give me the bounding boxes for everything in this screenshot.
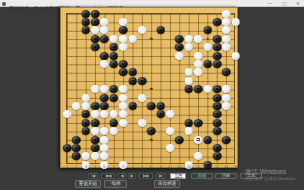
black-stone: ● — [175, 136, 184, 144]
white-stone: ○ — [138, 94, 147, 102]
black-stone: ● — [81, 110, 90, 118]
nav-fast-back-icon[interactable]: ◀◀ — [101, 173, 115, 179]
black-stone: ● — [213, 127, 222, 135]
coordinate-label: 3 — [85, 165, 87, 168]
black-stone: ● — [213, 94, 222, 102]
windows-activation-watermark: 激活 Windows 转到“设置”以激活 Windows。 — [245, 168, 303, 187]
black-stone: ● — [119, 26, 128, 34]
white-stone: ○ — [119, 110, 128, 118]
white-stone: ○ — [194, 152, 203, 160]
black-stone: ● — [72, 144, 81, 152]
white-stone: ○ — [203, 85, 212, 93]
coordinate-label: 1 — [66, 165, 68, 168]
white-stone: ○ — [194, 52, 203, 60]
black-stone: ● — [72, 152, 81, 160]
black-stone: ● — [81, 26, 90, 34]
white-stone: ○ — [222, 10, 231, 18]
black-stone: ● — [185, 119, 194, 127]
white-stone: ○ — [81, 102, 90, 110]
black-stone: ● — [156, 26, 165, 34]
white-stone: ○ — [166, 110, 175, 118]
white-stone: ○ — [110, 110, 119, 118]
white-stone: ○ — [222, 26, 231, 34]
black-stone: ● — [91, 35, 100, 43]
white-stone: ○ — [91, 26, 100, 34]
black-stone: ● — [203, 60, 212, 68]
white-stone: ○ — [222, 102, 231, 110]
white-stone: ○ — [72, 102, 81, 110]
last-move-stone: ○ — [194, 136, 203, 144]
white-stone: ○ — [119, 102, 128, 110]
white-stone: ○ — [185, 68, 194, 76]
black-stone: ● — [110, 52, 119, 60]
move-navigation-bar: |◀ ◀◀ ◀ ▶ ▶▶ ▶| 125 自动 注解 工具 — [88, 172, 262, 179]
black-stone: ● — [203, 26, 212, 34]
white-stone: ○ — [194, 35, 203, 43]
black-stone: ● — [222, 136, 231, 144]
black-stone: ● — [138, 77, 147, 85]
coordinate-label: 17 — [215, 165, 218, 168]
black-stone: ● — [91, 144, 100, 152]
white-stone: ○ — [231, 18, 240, 26]
white-stone: ○ — [222, 18, 231, 26]
star-point — [206, 37, 208, 39]
tool-button-comment[interactable]: 注解 — [215, 173, 237, 179]
coordinate-label: 15 — [196, 165, 199, 168]
black-stone: ● — [91, 102, 100, 110]
white-stone: ○ — [100, 18, 109, 26]
white-stone: ○ — [63, 110, 72, 118]
black-stone: ● — [203, 136, 212, 144]
black-stone: ● — [213, 43, 222, 51]
black-stone: ● — [213, 110, 222, 118]
coordinate-label: 18 — [225, 165, 228, 168]
white-stone: ○ — [185, 43, 194, 51]
nav-fast-forward-icon[interactable]: ▶▶ — [139, 173, 153, 179]
go-board-grid[interactable]: ●●○●●○○●○○●○○●○●●○●●○○○●○○●○●●○●○○●○●●○○… — [66, 13, 235, 164]
coordinate-label: 4 — [94, 165, 96, 168]
app-window: 围棋助手 - 自由对弈(125手) - 黑方 vs 白方 - 19路盘 — ▢ … — [0, 0, 304, 190]
black-stone: ● — [175, 35, 184, 43]
white-stone: ○ — [222, 43, 231, 51]
black-stone: ● — [100, 52, 109, 60]
black-stone: ● — [156, 102, 165, 110]
black-stone: ● — [81, 119, 90, 127]
white-stone: ○ — [91, 85, 100, 93]
black-stone: ● — [128, 102, 137, 110]
black-stone: ● — [110, 94, 119, 102]
black-stone: ● — [100, 102, 109, 110]
nav-back-icon[interactable]: ◀ — [118, 173, 126, 179]
nav-last-icon[interactable]: ▶| — [156, 173, 166, 179]
black-stone: ● — [213, 85, 222, 93]
white-stone: ○ — [119, 35, 128, 43]
black-stone: ● — [91, 18, 100, 26]
coordinate-label: 14 — [187, 165, 190, 168]
black-stone: ● — [119, 68, 128, 76]
white-stone: ○ — [185, 77, 194, 85]
black-stone: ● — [110, 60, 119, 68]
white-stone: ○ — [100, 144, 109, 152]
watermark-line1: 激活 Windows — [245, 168, 274, 175]
white-stone: ○ — [100, 85, 109, 93]
white-stone: ○ — [185, 35, 194, 43]
black-stone: ● — [156, 110, 165, 118]
white-stone: ○ — [119, 119, 128, 127]
coordinate-label: 19 — [234, 165, 237, 168]
black-stone: ● — [119, 60, 128, 68]
nav-forward-icon[interactable]: ▶ — [128, 173, 136, 179]
white-stone: ○ — [91, 152, 100, 160]
black-stone: ● — [147, 102, 156, 110]
white-stone: ○ — [110, 35, 119, 43]
white-stone: ○ — [110, 127, 119, 135]
nav-first-icon[interactable]: |◀ — [88, 173, 98, 179]
coordinate-label: 8 — [132, 165, 134, 168]
black-stone: ● — [91, 119, 100, 127]
black-stone: ● — [100, 35, 109, 43]
black-stone: ● — [128, 68, 137, 76]
black-stone: ● — [91, 10, 100, 18]
black-stone: ● — [110, 119, 119, 127]
coordinate-label: 13 — [178, 165, 181, 168]
close-icon[interactable]: ✕ — [296, 2, 300, 6]
white-stone: ○ — [100, 152, 109, 160]
white-stone: ○ — [100, 110, 109, 118]
black-stone: ● — [213, 119, 222, 127]
black-stone: ● — [110, 85, 119, 93]
white-stone: ○ — [175, 52, 184, 60]
coordinate-label: 12 — [168, 165, 171, 168]
maximize-icon[interactable]: ▢ — [282, 2, 286, 6]
star-point — [150, 88, 152, 90]
black-stone: ● — [81, 127, 90, 135]
black-stone: ● — [213, 35, 222, 43]
coordinate-label: 6 — [113, 165, 115, 168]
board-coordinates: 12345678910111213141516171819 — [66, 166, 235, 171]
black-stone: ● — [175, 43, 184, 51]
white-stone: ○ — [91, 110, 100, 118]
white-stone: ○ — [138, 119, 147, 127]
black-stone: ● — [194, 85, 203, 93]
coordinate-label: 10 — [150, 165, 153, 168]
black-stone: ● — [147, 127, 156, 135]
black-stone: ● — [213, 52, 222, 60]
coordinate-label: 11 — [159, 165, 162, 168]
white-stone: ○ — [203, 43, 212, 51]
undo-button[interactable]: 悔棋 — [104, 180, 127, 188]
black-stone: ● — [81, 18, 90, 26]
coordinate-label: 5 — [104, 165, 106, 168]
black-stone: ● — [100, 94, 109, 102]
black-stone: ● — [72, 136, 81, 144]
white-stone: ○ — [138, 26, 147, 34]
restart-button[interactable]: 重新开始 — [75, 180, 101, 188]
black-stone: ● — [213, 152, 222, 160]
black-stone: ● — [213, 18, 222, 26]
star-point — [150, 37, 152, 39]
white-stone: ○ — [81, 94, 90, 102]
black-stone: ● — [91, 43, 100, 51]
white-stone: ○ — [119, 43, 128, 51]
coordinate-label: 9 — [141, 165, 143, 168]
black-stone: ● — [194, 119, 203, 127]
white-stone: ○ — [231, 52, 240, 60]
star-point — [150, 138, 152, 140]
white-stone: ○ — [185, 127, 194, 135]
black-stone: ● — [91, 136, 100, 144]
white-stone: ○ — [91, 127, 100, 135]
white-stone: ○ — [194, 68, 203, 76]
coordinate-label: 16 — [206, 165, 209, 168]
tool-button-auto[interactable]: 自动 — [191, 173, 213, 179]
white-stone: ○ — [166, 127, 175, 135]
coordinate-label: 7 — [122, 165, 124, 168]
black-stone: ● — [81, 10, 90, 18]
black-stone: ● — [213, 144, 222, 152]
window-controls: — ▢ ✕ — [265, 0, 302, 7]
move-number-input[interactable]: 125 — [170, 173, 186, 179]
black-stone: ● — [222, 68, 231, 76]
white-stone: ○ — [222, 85, 231, 93]
go-board[interactable]: ●●○●●○○●○○●○○●○●●○●●○○○●○○●○●●○●○○●○●●○○… — [60, 7, 238, 168]
white-stone: ○ — [128, 35, 137, 43]
white-stone: ○ — [119, 94, 128, 102]
black-stone: ● — [213, 102, 222, 110]
white-stone: ○ — [100, 60, 109, 68]
white-stone: ○ — [222, 35, 231, 43]
black-stone: ● — [185, 85, 194, 93]
white-stone: ○ — [100, 26, 109, 34]
coordinate-label: 2 — [76, 165, 78, 168]
black-stone: ● — [213, 60, 222, 68]
white-stone: ○ — [81, 152, 90, 160]
white-stone: ○ — [119, 85, 128, 93]
watermark-line2: 转到“设置”以激活 Windows。 — [245, 177, 269, 181]
white-stone: ○ — [119, 18, 128, 26]
app-icon — [2, 2, 6, 6]
white-stone: ○ — [222, 94, 231, 102]
minimize-icon[interactable]: — — [267, 2, 272, 6]
white-stone: ○ — [166, 144, 175, 152]
white-stone: ○ — [194, 60, 203, 68]
black-stone: ● — [128, 77, 137, 85]
title-bar: 围棋助手 - 自由对弈(125手) - 黑方 vs 白方 - 19路盘 — ▢ … — [0, 0, 304, 7]
white-stone: ○ — [100, 127, 109, 135]
black-stone: ● — [63, 144, 72, 152]
black-stone: ● — [110, 43, 119, 51]
white-stone: ○ — [100, 136, 109, 144]
save-record-button[interactable]: 保存棋谱 — [154, 180, 180, 188]
